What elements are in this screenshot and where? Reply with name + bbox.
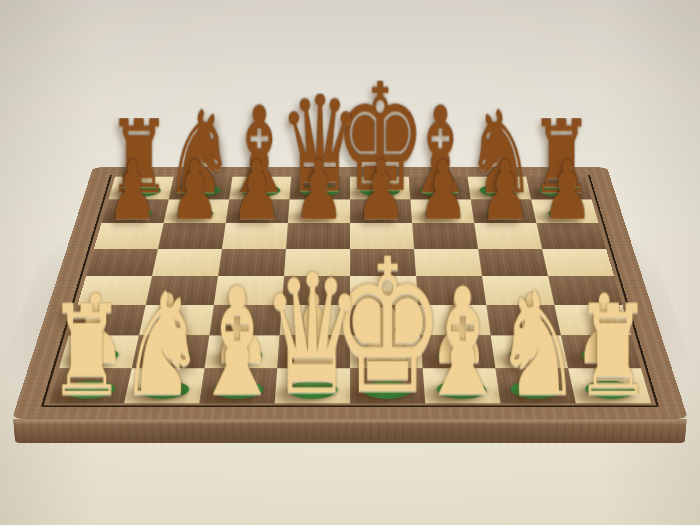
chess-board: ♜♞♝♛♚♝♞♜♟♟♟♟♟♟♟♟♟♟♟♟♟♟♟♟♜♞♝♛♚♝♞♜ xyxy=(12,167,688,418)
square-d1[interactable]: ♛ xyxy=(275,368,350,403)
black-pawn[interactable]: ♟ xyxy=(356,157,407,222)
square-b6[interactable] xyxy=(158,223,226,248)
black-pawn[interactable]: ♟ xyxy=(107,157,158,222)
board-pinstripe-inlay: ♜♞♝♛♚♝♞♜♟♟♟♟♟♟♟♟♟♟♟♟♟♟♟♟♜♞♝♛♚♝♞♜ xyxy=(41,175,659,407)
white-bishop[interactable]: ♝ xyxy=(417,283,509,402)
square-f1[interactable]: ♝ xyxy=(423,368,501,403)
square-b7[interactable]: ♟ xyxy=(164,199,230,223)
white-rook[interactable]: ♜ xyxy=(574,302,652,402)
board-grid: ♜♞♝♛♚♝♞♜♟♟♟♟♟♟♟♟♟♟♟♟♟♟♟♟♜♞♝♛♚♝♞♜ xyxy=(49,177,651,404)
square-h6[interactable] xyxy=(536,223,606,248)
black-pawn[interactable]: ♟ xyxy=(294,157,345,222)
black-pawn[interactable]: ♟ xyxy=(542,157,593,222)
square-g7[interactable]: ♟ xyxy=(471,199,537,223)
black-pawn[interactable]: ♟ xyxy=(169,157,220,222)
square-a6[interactable] xyxy=(94,223,164,248)
square-c7[interactable]: ♟ xyxy=(226,199,290,223)
white-rook[interactable]: ♜ xyxy=(48,302,126,402)
board-scene: ♜♞♝♛♚♝♞♜♟♟♟♟♟♟♟♟♟♟♟♟♟♟♟♟♜♞♝♛♚♝♞♜ xyxy=(58,0,642,525)
square-g6[interactable] xyxy=(474,223,542,248)
square-a7[interactable]: ♟ xyxy=(101,199,168,223)
square-h7[interactable]: ♟ xyxy=(531,199,598,223)
black-pawn[interactable]: ♟ xyxy=(418,157,469,222)
black-pawn[interactable]: ♟ xyxy=(232,157,283,222)
photo-backdrop: ♜♞♝♛♚♝♞♜♟♟♟♟♟♟♟♟♟♟♟♟♟♟♟♟♜♞♝♛♚♝♞♜ xyxy=(0,0,700,525)
white-queen[interactable]: ♛ xyxy=(261,270,363,402)
square-h1[interactable]: ♜ xyxy=(568,368,651,403)
black-pawn[interactable]: ♟ xyxy=(480,157,531,222)
